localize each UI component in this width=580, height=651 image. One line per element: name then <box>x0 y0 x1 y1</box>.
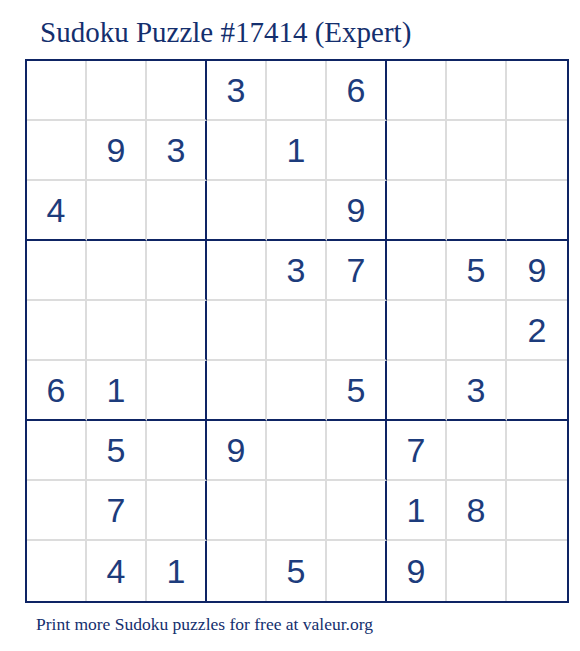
cell-r2c2-given: 9 <box>87 121 147 181</box>
cell-r6c9-empty <box>507 361 567 421</box>
cell-r6c4-empty <box>207 361 267 421</box>
cell-r6c2-given: 1 <box>87 361 147 421</box>
cell-r1c6-given: 6 <box>327 61 387 121</box>
cell-r3c3-empty <box>147 181 207 241</box>
cell-r9c2-given: 4 <box>87 541 147 601</box>
cell-r6c5-empty <box>267 361 327 421</box>
cell-r3c6-given: 9 <box>327 181 387 241</box>
cell-r5c4-empty <box>207 301 267 361</box>
cell-r1c4-given: 3 <box>207 61 267 121</box>
cell-r2c5-given: 1 <box>267 121 327 181</box>
cell-r5c8-empty <box>447 301 507 361</box>
cell-r8c7-given: 1 <box>387 481 447 541</box>
cell-r8c6-empty <box>327 481 387 541</box>
cell-r8c2-given: 7 <box>87 481 147 541</box>
cell-r1c1-empty <box>27 61 87 121</box>
cell-r1c8-empty <box>447 61 507 121</box>
cell-r4c6-given: 7 <box>327 241 387 301</box>
sudoku-board: 36931493759261535977184159 <box>25 59 569 603</box>
cell-r5c9-given: 2 <box>507 301 567 361</box>
cell-r8c3-empty <box>147 481 207 541</box>
cell-r9c4-empty <box>207 541 267 601</box>
cell-r3c8-empty <box>447 181 507 241</box>
cell-r2c6-empty <box>327 121 387 181</box>
cell-r7c1-empty <box>27 421 87 481</box>
cell-r4c9-given: 9 <box>507 241 567 301</box>
cell-r3c4-empty <box>207 181 267 241</box>
cell-r2c9-empty <box>507 121 567 181</box>
cell-r5c7-empty <box>387 301 447 361</box>
cell-r9c9-empty <box>507 541 567 601</box>
cell-r5c3-empty <box>147 301 207 361</box>
cell-r7c9-empty <box>507 421 567 481</box>
cell-r7c8-empty <box>447 421 507 481</box>
cell-r4c2-empty <box>87 241 147 301</box>
cell-r1c5-empty <box>267 61 327 121</box>
cell-r3c7-empty <box>387 181 447 241</box>
cell-r9c8-empty <box>447 541 507 601</box>
cell-r4c8-given: 5 <box>447 241 507 301</box>
cell-r2c3-given: 3 <box>147 121 207 181</box>
cell-r8c4-empty <box>207 481 267 541</box>
cell-r2c8-empty <box>447 121 507 181</box>
cell-r2c7-empty <box>387 121 447 181</box>
cell-r2c4-empty <box>207 121 267 181</box>
cell-r6c1-given: 6 <box>27 361 87 421</box>
cell-r7c3-empty <box>147 421 207 481</box>
cell-r5c6-empty <box>327 301 387 361</box>
cell-r4c4-empty <box>207 241 267 301</box>
cell-r7c5-empty <box>267 421 327 481</box>
cell-r7c4-given: 9 <box>207 421 267 481</box>
cell-r3c5-empty <box>267 181 327 241</box>
cell-r8c8-given: 8 <box>447 481 507 541</box>
cell-r5c1-empty <box>27 301 87 361</box>
cell-r1c9-empty <box>507 61 567 121</box>
cell-r7c2-given: 5 <box>87 421 147 481</box>
cell-r4c1-empty <box>27 241 87 301</box>
cell-r6c7-empty <box>387 361 447 421</box>
cell-r9c3-given: 1 <box>147 541 207 601</box>
cell-r6c6-given: 5 <box>327 361 387 421</box>
cell-r7c6-empty <box>327 421 387 481</box>
cell-r8c5-empty <box>267 481 327 541</box>
cell-r1c7-empty <box>387 61 447 121</box>
cell-r4c3-empty <box>147 241 207 301</box>
cell-r1c2-empty <box>87 61 147 121</box>
footer-note: Print more Sudoku puzzles for free at va… <box>36 614 373 635</box>
cell-r7c7-given: 7 <box>387 421 447 481</box>
cell-r1c3-empty <box>147 61 207 121</box>
cell-r3c1-given: 4 <box>27 181 87 241</box>
cell-r9c7-given: 9 <box>387 541 447 601</box>
cell-r4c7-empty <box>387 241 447 301</box>
cell-r6c8-given: 3 <box>447 361 507 421</box>
puzzle-title: Sudoku Puzzle #17414 (Expert) <box>40 16 411 48</box>
cell-r8c1-empty <box>27 481 87 541</box>
cell-r9c5-given: 5 <box>267 541 327 601</box>
cell-r3c9-empty <box>507 181 567 241</box>
cell-r5c2-empty <box>87 301 147 361</box>
cell-r9c6-empty <box>327 541 387 601</box>
cell-r3c2-empty <box>87 181 147 241</box>
cell-r6c3-empty <box>147 361 207 421</box>
cell-r2c1-empty <box>27 121 87 181</box>
cell-r4c5-given: 3 <box>267 241 327 301</box>
cell-r8c9-empty <box>507 481 567 541</box>
cell-r9c1-empty <box>27 541 87 601</box>
cell-r5c5-empty <box>267 301 327 361</box>
